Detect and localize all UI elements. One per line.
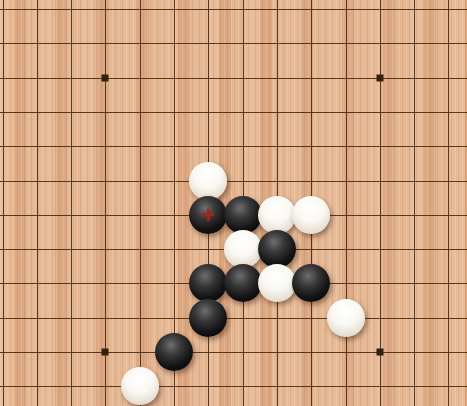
black-stone — [224, 196, 262, 234]
black-stone — [189, 264, 227, 302]
star-point — [102, 349, 109, 356]
white-stone — [121, 367, 159, 405]
grid-line-horizontal — [0, 112, 467, 113]
grid-line-vertical — [71, 0, 72, 406]
white-stone — [224, 230, 262, 268]
white-stone — [258, 264, 296, 302]
grid-line-vertical — [380, 0, 381, 406]
white-stone — [258, 196, 296, 234]
star-point — [376, 74, 383, 81]
black-stone — [155, 333, 193, 371]
grid-line-horizontal — [0, 352, 467, 353]
grid-line-vertical — [105, 0, 106, 406]
grid-line-horizontal — [0, 318, 467, 319]
grid-line-vertical — [140, 0, 141, 406]
star-point — [102, 74, 109, 81]
grid-line-horizontal — [0, 386, 467, 387]
grid-line-vertical — [37, 0, 38, 406]
grid-line-horizontal — [0, 78, 467, 79]
grid-line-horizontal — [0, 146, 467, 147]
grid-line-vertical — [3, 0, 4, 406]
white-stone — [327, 299, 365, 337]
grid-line-horizontal — [0, 9, 467, 10]
grid-line-vertical — [448, 0, 449, 406]
last-move-marker — [202, 209, 214, 221]
white-stone — [189, 162, 227, 200]
star-point — [376, 349, 383, 356]
gomoku-board[interactable] — [0, 0, 467, 406]
grid-line-vertical — [414, 0, 415, 406]
black-stone — [224, 264, 262, 302]
black-stone — [189, 299, 227, 337]
white-stone — [292, 196, 330, 234]
black-stone — [292, 264, 330, 302]
grid-line-horizontal — [0, 181, 467, 182]
grid-line-vertical — [346, 0, 347, 406]
black-stone — [258, 230, 296, 268]
grid-line-horizontal — [0, 43, 467, 44]
